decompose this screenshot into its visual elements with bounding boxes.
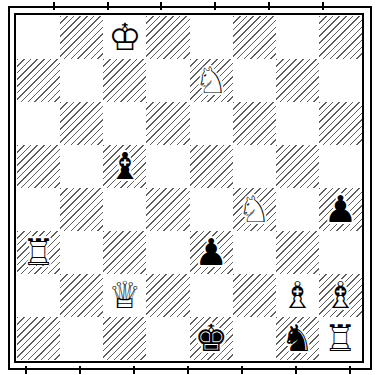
piece-black-bishop-c5[interactable]: ♝♝ <box>103 145 146 188</box>
square-c7[interactable] <box>103 59 146 102</box>
white-knight-halo: ♞ <box>233 188 276 231</box>
frame-tick <box>187 366 189 374</box>
square-h7[interactable] <box>319 59 362 102</box>
square-g6[interactable] <box>276 102 319 145</box>
frame-tick <box>349 366 351 374</box>
piece-white-rook-a3[interactable]: ♜♖ <box>17 231 60 274</box>
frame-tick <box>25 366 27 374</box>
black-king-halo: ♚ <box>190 317 233 360</box>
square-b2[interactable] <box>60 274 103 317</box>
piece-white-knight-f4[interactable]: ♞♘ <box>233 188 276 231</box>
square-e6[interactable] <box>190 102 233 145</box>
frame-tick <box>133 366 135 374</box>
square-d4[interactable] <box>146 188 189 231</box>
white-king-icon: ♔ <box>103 16 146 59</box>
square-d6[interactable] <box>146 102 189 145</box>
square-h4[interactable]: ♟♟ <box>319 188 362 231</box>
white-queen-halo: ♛ <box>103 274 146 317</box>
white-bishop-icon: ♗ <box>276 274 319 317</box>
square-f7[interactable] <box>233 59 276 102</box>
square-a5[interactable] <box>17 145 60 188</box>
black-pawn-icon: ♟ <box>319 188 362 231</box>
white-knight-icon: ♘ <box>190 59 233 102</box>
frame-tick <box>295 366 297 374</box>
square-a3[interactable]: ♜♖ <box>17 231 60 274</box>
white-rook-icon: ♖ <box>319 317 362 360</box>
chess-diagram: ♚♔♞♘♝♝♞♘♟♟♜♖♟♟♛♕♝♗♝♗♚♚♞♞♜♖ <box>0 0 376 375</box>
square-f6[interactable] <box>233 102 276 145</box>
square-h3[interactable] <box>319 231 362 274</box>
square-e5[interactable] <box>190 145 233 188</box>
square-e3[interactable]: ♟♟ <box>190 231 233 274</box>
white-rook-icon: ♖ <box>17 231 60 274</box>
square-g4[interactable] <box>276 188 319 231</box>
square-g8[interactable] <box>276 16 319 59</box>
chess-board: ♚♔♞♘♝♝♞♘♟♟♜♖♟♟♛♕♝♗♝♗♚♚♞♞♜♖ <box>17 16 362 360</box>
white-bishop-icon: ♗ <box>319 274 362 317</box>
square-f1[interactable] <box>233 317 276 360</box>
square-e2[interactable] <box>190 274 233 317</box>
square-d2[interactable] <box>146 274 189 317</box>
square-c3[interactable] <box>103 231 146 274</box>
piece-white-king-c8[interactable]: ♚♔ <box>103 16 146 59</box>
frame-tick <box>214 2 216 10</box>
square-c6[interactable] <box>103 102 146 145</box>
piece-white-bishop-g2[interactable]: ♝♗ <box>276 274 319 317</box>
black-knight-halo: ♞ <box>276 317 319 360</box>
square-a4[interactable] <box>17 188 60 231</box>
piece-black-pawn-h4[interactable]: ♟♟ <box>319 188 362 231</box>
piece-white-bishop-h2[interactable]: ♝♗ <box>319 274 362 317</box>
square-g5[interactable] <box>276 145 319 188</box>
square-g3[interactable] <box>276 231 319 274</box>
white-bishop-halo: ♝ <box>319 274 362 317</box>
frame-tick <box>107 2 109 10</box>
frame-tick <box>241 366 243 374</box>
square-f3[interactable] <box>233 231 276 274</box>
frame-tick <box>53 2 55 10</box>
square-h5[interactable] <box>319 145 362 188</box>
square-h2[interactable]: ♝♗ <box>319 274 362 317</box>
square-f8[interactable] <box>233 16 276 59</box>
white-knight-halo: ♞ <box>190 59 233 102</box>
square-b6[interactable] <box>60 102 103 145</box>
piece-white-rook-h1[interactable]: ♜♖ <box>319 317 362 360</box>
square-e7[interactable]: ♞♘ <box>190 59 233 102</box>
black-bishop-icon: ♝ <box>103 145 146 188</box>
square-a2[interactable] <box>17 274 60 317</box>
black-pawn-icon: ♟ <box>190 231 233 274</box>
frame-tick <box>268 2 270 10</box>
frame-tick <box>160 2 162 10</box>
piece-black-knight-g1[interactable]: ♞♞ <box>276 317 319 360</box>
square-e8[interactable] <box>190 16 233 59</box>
square-a8[interactable] <box>17 16 60 59</box>
white-rook-halo: ♜ <box>319 317 362 360</box>
square-c8[interactable]: ♚♔ <box>103 16 146 59</box>
square-h1[interactable]: ♜♖ <box>319 317 362 360</box>
white-knight-icon: ♘ <box>233 188 276 231</box>
piece-white-knight-e7[interactable]: ♞♘ <box>190 59 233 102</box>
square-d5[interactable] <box>146 145 189 188</box>
white-rook-halo: ♜ <box>17 231 60 274</box>
white-queen-icon: ♕ <box>103 274 146 317</box>
square-c1[interactable] <box>103 317 146 360</box>
frame-tick <box>79 366 81 374</box>
square-e1[interactable]: ♚♚ <box>190 317 233 360</box>
black-bishop-halo: ♝ <box>103 145 146 188</box>
white-king-halo: ♚ <box>103 16 146 59</box>
square-b5[interactable] <box>60 145 103 188</box>
piece-white-queen-c2[interactable]: ♛♕ <box>103 274 146 317</box>
black-knight-icon: ♞ <box>276 317 319 360</box>
frame-tick <box>322 2 324 10</box>
square-d3[interactable] <box>146 231 189 274</box>
square-b3[interactable] <box>60 231 103 274</box>
square-a7[interactable] <box>17 59 60 102</box>
square-d1[interactable] <box>146 317 189 360</box>
piece-black-pawn-e3[interactable]: ♟♟ <box>190 231 233 274</box>
square-b7[interactable] <box>60 59 103 102</box>
square-h8[interactable] <box>319 16 362 59</box>
square-g2[interactable]: ♝♗ <box>276 274 319 317</box>
square-b1[interactable] <box>60 317 103 360</box>
square-h6[interactable] <box>319 102 362 145</box>
square-g7[interactable] <box>276 59 319 102</box>
black-king-icon: ♚ <box>190 317 233 360</box>
white-bishop-halo: ♝ <box>276 274 319 317</box>
piece-black-king-e1[interactable]: ♚♚ <box>190 317 233 360</box>
square-c2[interactable]: ♛♕ <box>103 274 146 317</box>
square-b8[interactable] <box>60 16 103 59</box>
square-b4[interactable] <box>60 188 103 231</box>
square-d8[interactable] <box>146 16 189 59</box>
square-g1[interactable]: ♞♞ <box>276 317 319 360</box>
black-pawn-halo: ♟ <box>190 231 233 274</box>
square-f5[interactable] <box>233 145 276 188</box>
square-f2[interactable] <box>233 274 276 317</box>
square-e4[interactable] <box>190 188 233 231</box>
square-d7[interactable] <box>146 59 189 102</box>
black-pawn-halo: ♟ <box>319 188 362 231</box>
square-a6[interactable] <box>17 102 60 145</box>
square-f4[interactable]: ♞♘ <box>233 188 276 231</box>
square-c4[interactable] <box>103 188 146 231</box>
square-c5[interactable]: ♝♝ <box>103 145 146 188</box>
square-a1[interactable] <box>17 317 60 360</box>
